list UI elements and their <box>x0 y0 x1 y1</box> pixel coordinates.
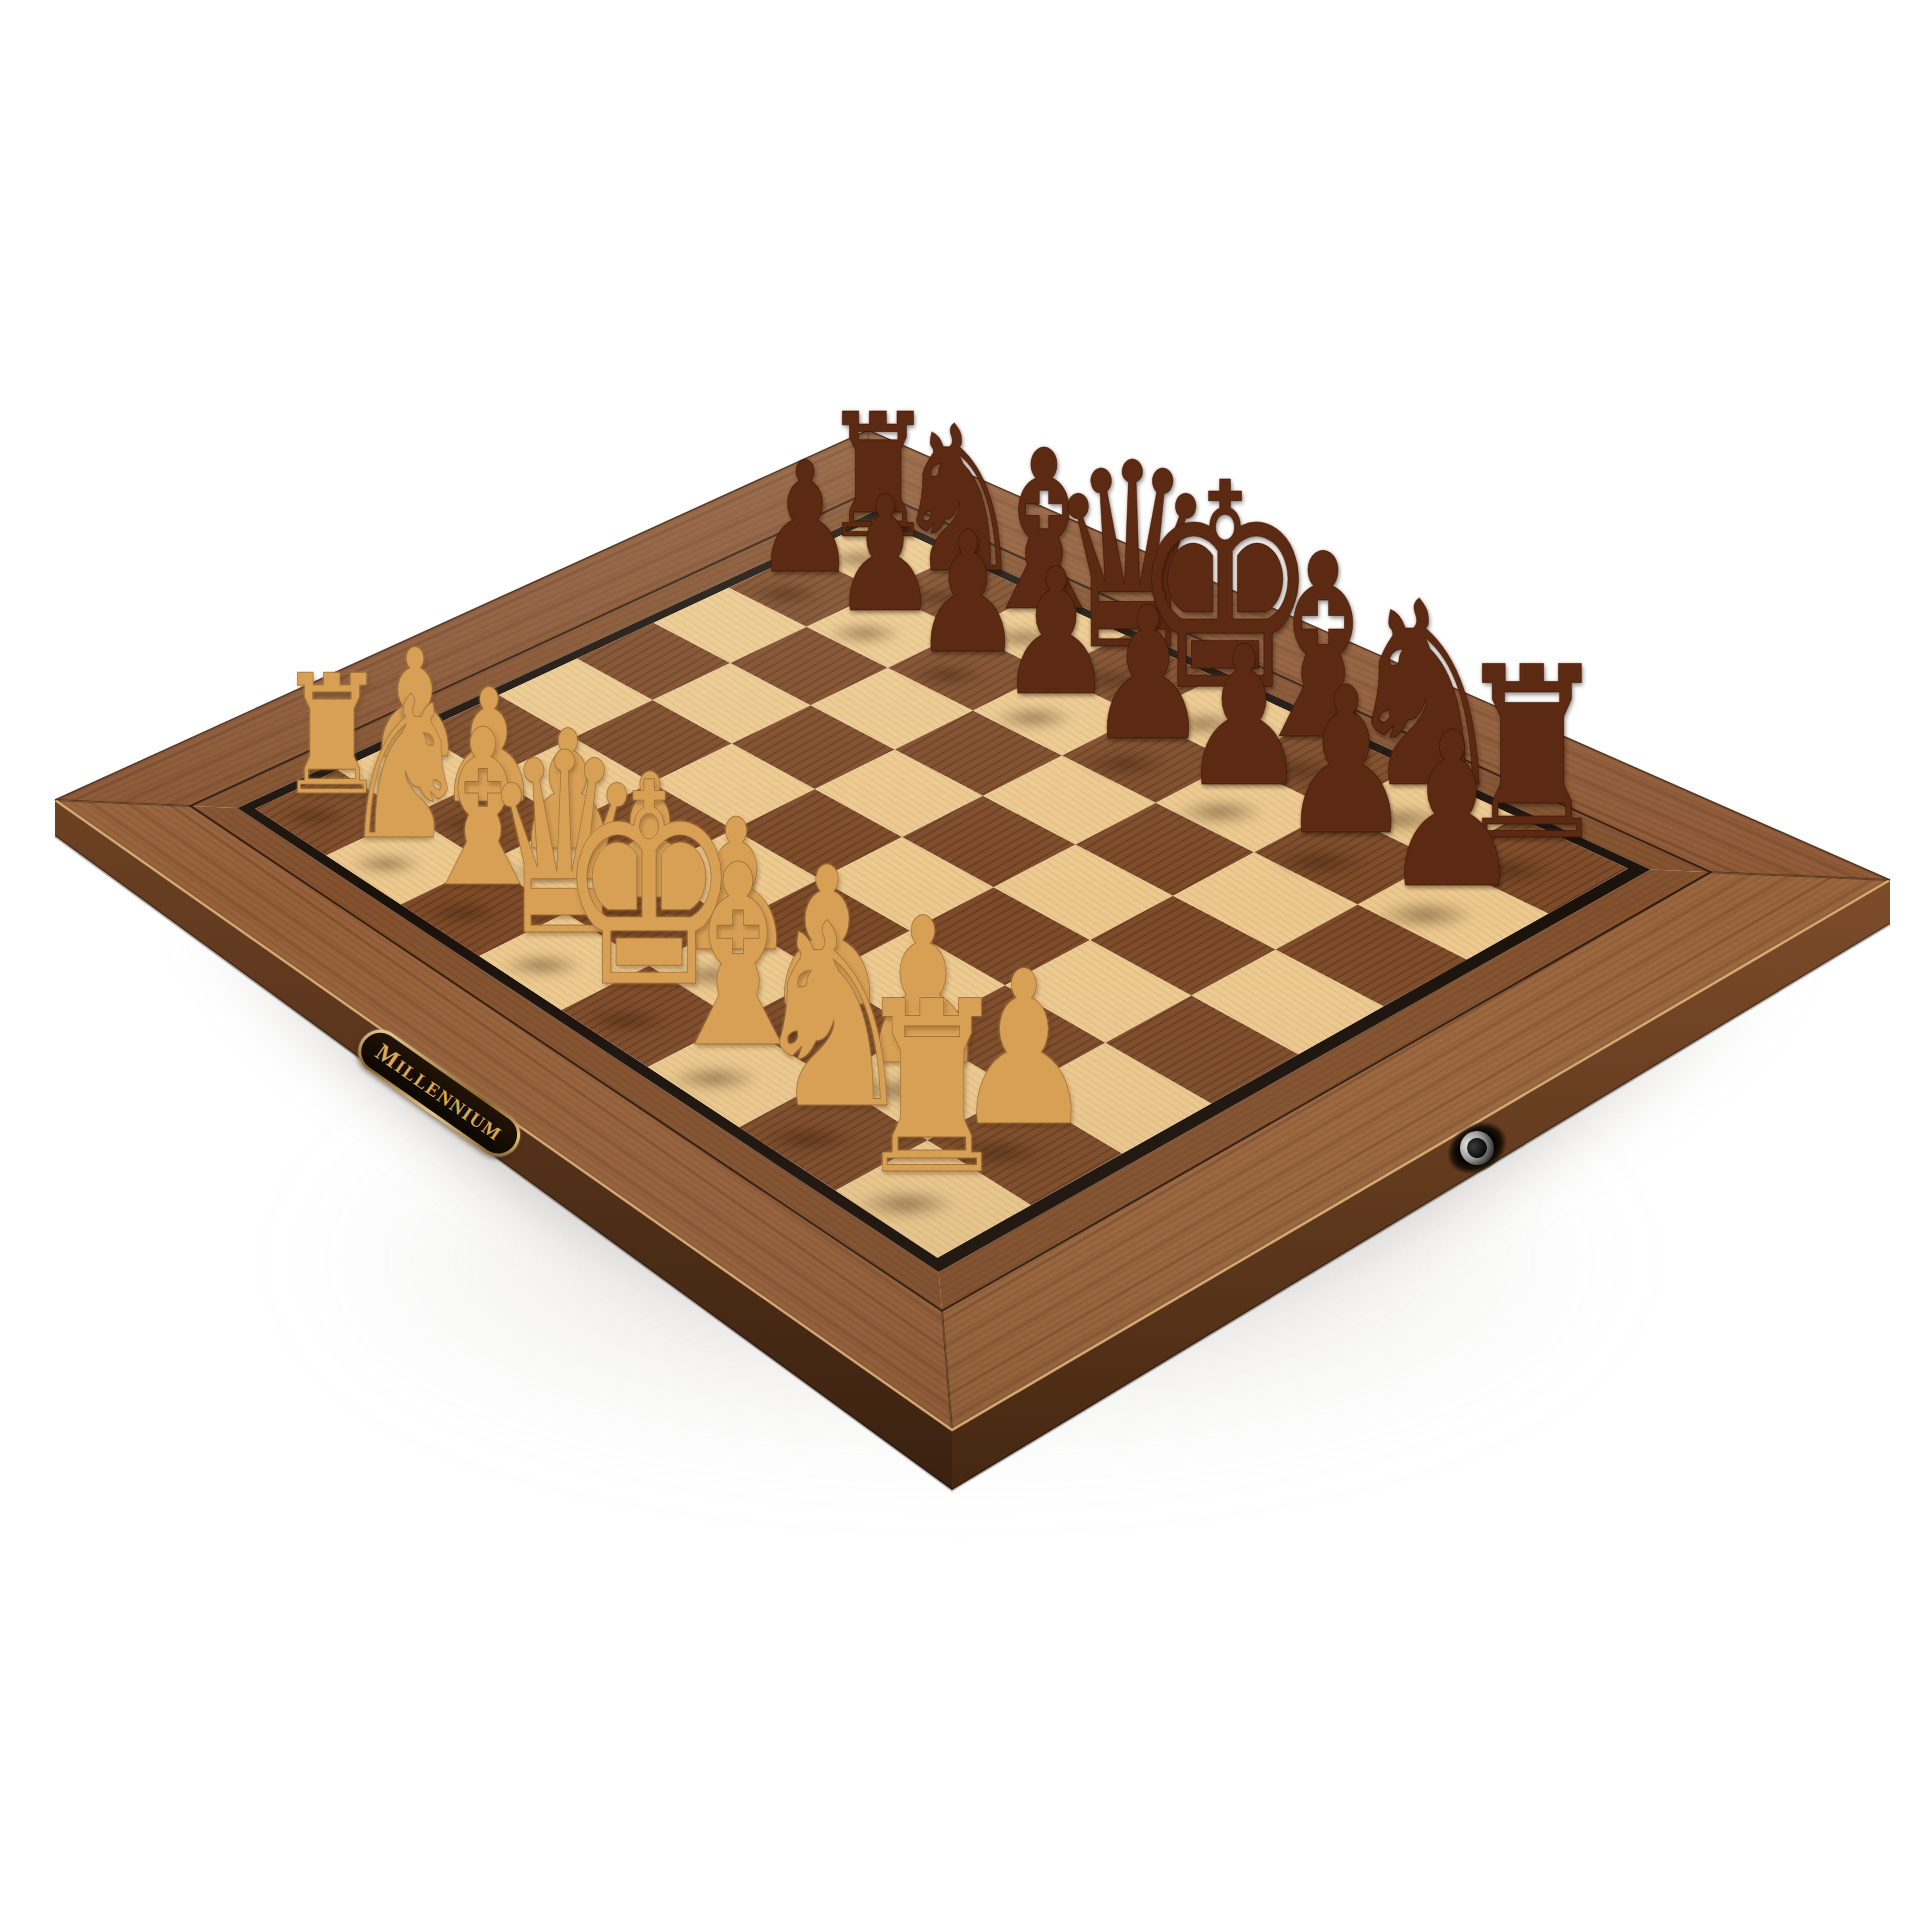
chess-board <box>0 0 1920 1920</box>
product-photo-scene: MILLENNIUM ♜♟♞♟♝♟♛♟♚♟♝♟♟♜♞♟♟♞♜♟♝♟♟♛♟♚♟♝♟… <box>0 0 1920 1920</box>
din-socket-icon <box>1454 1124 1501 1171</box>
